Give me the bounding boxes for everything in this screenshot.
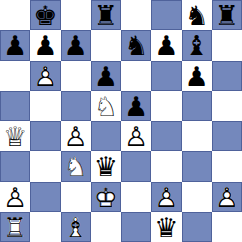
square-h2[interactable]: ♟♙ [212, 182, 242, 212]
square-d5[interactable]: ♞♘ [91, 91, 121, 121]
piece-outline: ♕ [0, 121, 30, 151]
black-pawn[interactable]: ♟ [0, 30, 30, 60]
square-b8[interactable]: ♚ [30, 0, 60, 30]
piece-body: ♟ [61, 30, 91, 60]
square-f4[interactable] [151, 121, 181, 151]
white-queen[interactable]: ♛♕ [0, 121, 30, 151]
black-pawn[interactable]: ♟ [30, 30, 60, 60]
square-b5[interactable] [30, 91, 60, 121]
square-d1[interactable] [91, 212, 121, 242]
piece-body: ♝ [182, 30, 212, 60]
black-knight[interactable]: ♞ [121, 30, 151, 60]
white-pawn[interactable]: ♟♙ [61, 121, 91, 151]
square-c3[interactable]: ♞♘ [61, 151, 91, 181]
square-e4[interactable]: ♟♙ [121, 121, 151, 151]
square-c8[interactable] [61, 0, 91, 30]
square-c2[interactable] [61, 182, 91, 212]
square-f3[interactable] [151, 151, 181, 181]
piece-outline: ♙ [0, 182, 30, 212]
square-a3[interactable] [0, 151, 30, 181]
black-pawn[interactable]: ♟ [121, 91, 151, 121]
white-pawn[interactable]: ♟♙ [0, 182, 30, 212]
square-a4[interactable]: ♛♕ [0, 121, 30, 151]
square-e7[interactable]: ♞ [121, 30, 151, 60]
square-e3[interactable] [121, 151, 151, 181]
black-bishop[interactable]: ♝ [182, 30, 212, 60]
square-f7[interactable]: ♟ [151, 30, 181, 60]
square-c5[interactable] [61, 91, 91, 121]
square-f8[interactable] [151, 0, 181, 30]
square-c1[interactable]: ♝♗ [61, 212, 91, 242]
square-e2[interactable] [121, 182, 151, 212]
square-h8[interactable]: ♜ [212, 0, 242, 30]
square-h5[interactable] [212, 91, 242, 121]
piece-outline: ♘ [61, 151, 91, 181]
piece-body: ♛ [151, 212, 181, 242]
piece-body: ♟ [151, 30, 181, 60]
white-king[interactable]: ♚♔ [91, 182, 121, 212]
square-d3[interactable]: ♛ [91, 151, 121, 181]
square-b3[interactable] [30, 151, 60, 181]
square-c6[interactable] [61, 61, 91, 91]
square-a5[interactable] [0, 91, 30, 121]
white-pawn[interactable]: ♟♙ [121, 121, 151, 151]
square-e6[interactable] [121, 61, 151, 91]
piece-outline: ♙ [212, 182, 242, 212]
white-knight[interactable]: ♞♘ [61, 151, 91, 181]
piece-outline: ♙ [151, 182, 181, 212]
square-a2[interactable]: ♟♙ [0, 182, 30, 212]
white-pawn[interactable]: ♟♙ [151, 182, 181, 212]
square-h7[interactable] [212, 30, 242, 60]
piece-body: ♞ [182, 0, 212, 30]
square-b7[interactable]: ♟ [30, 30, 60, 60]
piece-outline: ♙ [121, 121, 151, 151]
chess-board: ♚♜♞♜♟♟♟♞♟♝♟♙♟♟♞♘♟♛♕♟♙♟♙♞♘♛♟♙♚♔♟♙♟♙♜♖♝♗♛ [0, 0, 242, 242]
black-queen[interactable]: ♛ [151, 212, 181, 242]
piece-outline: ♗ [61, 212, 91, 242]
black-rook[interactable]: ♜ [212, 0, 242, 30]
square-a6[interactable] [0, 61, 30, 91]
piece-body: ♚ [30, 0, 60, 30]
piece-outline: ♘ [91, 91, 121, 121]
piece-body: ♟ [30, 30, 60, 60]
square-g4[interactable] [182, 121, 212, 151]
black-pawn[interactable]: ♟ [61, 30, 91, 60]
piece-body: ♜ [91, 0, 121, 30]
square-d4[interactable] [91, 121, 121, 151]
square-f2[interactable]: ♟♙ [151, 182, 181, 212]
piece-body: ♟ [91, 61, 121, 91]
square-h1[interactable] [212, 212, 242, 242]
piece-body: ♟ [0, 30, 30, 60]
square-f1[interactable]: ♛ [151, 212, 181, 242]
black-pawn[interactable]: ♟ [151, 30, 181, 60]
square-a7[interactable]: ♟ [0, 30, 30, 60]
square-g6[interactable]: ♟ [182, 61, 212, 91]
black-pawn[interactable]: ♟ [182, 61, 212, 91]
square-e5[interactable]: ♟ [121, 91, 151, 121]
square-g7[interactable]: ♝ [182, 30, 212, 60]
square-c4[interactable]: ♟♙ [61, 121, 91, 151]
black-pawn[interactable]: ♟ [91, 61, 121, 91]
square-b1[interactable] [30, 212, 60, 242]
square-g5[interactable] [182, 91, 212, 121]
square-f6[interactable] [151, 61, 181, 91]
piece-outline: ♙ [30, 61, 60, 91]
square-b4[interactable] [30, 121, 60, 151]
white-knight[interactable]: ♞♘ [91, 91, 121, 121]
piece-body: ♛ [91, 151, 121, 181]
black-rook[interactable]: ♜ [91, 0, 121, 30]
black-knight[interactable]: ♞ [182, 0, 212, 30]
square-g1[interactable] [182, 212, 212, 242]
piece-outline: ♔ [91, 182, 121, 212]
square-h4[interactable] [212, 121, 242, 151]
square-e8[interactable] [121, 0, 151, 30]
black-queen[interactable]: ♛ [91, 151, 121, 181]
square-g3[interactable] [182, 151, 212, 181]
white-pawn[interactable]: ♟♙ [30, 61, 60, 91]
square-d2[interactable]: ♚♔ [91, 182, 121, 212]
square-b6[interactable]: ♟♙ [30, 61, 60, 91]
square-g2[interactable] [182, 182, 212, 212]
square-d8[interactable]: ♜ [91, 0, 121, 30]
square-d6[interactable]: ♟ [91, 61, 121, 91]
square-b2[interactable] [30, 182, 60, 212]
piece-body: ♜ [212, 0, 242, 30]
square-a8[interactable] [0, 0, 30, 30]
square-a1[interactable]: ♜♖ [0, 212, 30, 242]
square-g8[interactable]: ♞ [182, 0, 212, 30]
black-king[interactable]: ♚ [30, 0, 60, 30]
piece-outline: ♖ [0, 212, 30, 242]
square-f5[interactable] [151, 91, 181, 121]
piece-outline: ♙ [61, 121, 91, 151]
piece-body: ♟ [182, 61, 212, 91]
square-h6[interactable] [212, 61, 242, 91]
square-d7[interactable] [91, 30, 121, 60]
piece-body: ♟ [121, 91, 151, 121]
square-e1[interactable] [121, 212, 151, 242]
white-pawn[interactable]: ♟♙ [212, 182, 242, 212]
white-bishop[interactable]: ♝♗ [61, 212, 91, 242]
square-c7[interactable]: ♟ [61, 30, 91, 60]
piece-body: ♞ [121, 30, 151, 60]
square-h3[interactable] [212, 151, 242, 181]
white-rook[interactable]: ♜♖ [0, 212, 30, 242]
